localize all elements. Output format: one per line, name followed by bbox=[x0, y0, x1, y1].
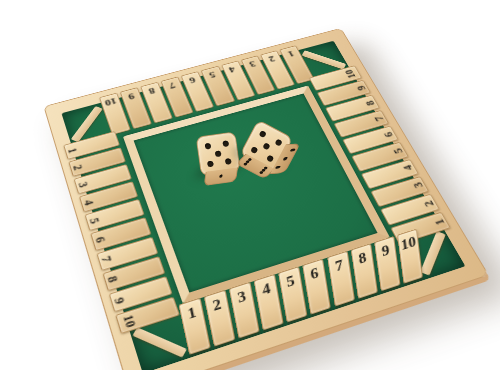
tile-south-9[interactable]: 9 bbox=[374, 236, 401, 292]
tile-number: 10 bbox=[400, 234, 417, 253]
tile-number: 2 bbox=[212, 297, 223, 314]
tile-number: 8 bbox=[357, 250, 367, 267]
tile-number: 4 bbox=[228, 65, 237, 74]
tile-number: 6 bbox=[310, 265, 320, 282]
photo-scene: 10 9 8 7 6 5 4 3 2 1 1 2 3 4 5 6 7 8 9 1… bbox=[0, 0, 500, 370]
tile-number: 10 bbox=[103, 96, 117, 107]
tile-number: 5 bbox=[286, 273, 296, 290]
tile-number: 1 bbox=[186, 305, 197, 322]
tile-number: 9 bbox=[127, 91, 136, 101]
tile-number: 4 bbox=[82, 198, 96, 206]
tile-number: 8 bbox=[148, 86, 157, 96]
tile-number: 3 bbox=[76, 181, 90, 189]
tile-number: 9 bbox=[112, 296, 127, 306]
tile-number: 5 bbox=[208, 70, 217, 79]
tile-number: 8 bbox=[105, 275, 120, 285]
tile-south-8[interactable]: 8 bbox=[350, 243, 377, 299]
tile-number: 3 bbox=[248, 59, 257, 68]
shut-the-box-board: 10 9 8 7 6 5 4 3 2 1 1 2 3 4 5 6 7 8 9 1… bbox=[43, 28, 489, 370]
tile-number: 10 bbox=[342, 69, 357, 80]
tile-number: 3 bbox=[237, 289, 248, 306]
tile-number: 4 bbox=[261, 281, 272, 298]
tile-number: 7 bbox=[99, 255, 114, 264]
tile-number: 7 bbox=[373, 115, 386, 122]
tile-number: 7 bbox=[168, 81, 177, 91]
tile-number: 6 bbox=[93, 236, 107, 245]
tile-number: 9 bbox=[381, 243, 390, 260]
tile-number: 7 bbox=[334, 258, 344, 275]
tile-number: 1 bbox=[286, 49, 295, 58]
tile-number: 2 bbox=[267, 54, 276, 63]
